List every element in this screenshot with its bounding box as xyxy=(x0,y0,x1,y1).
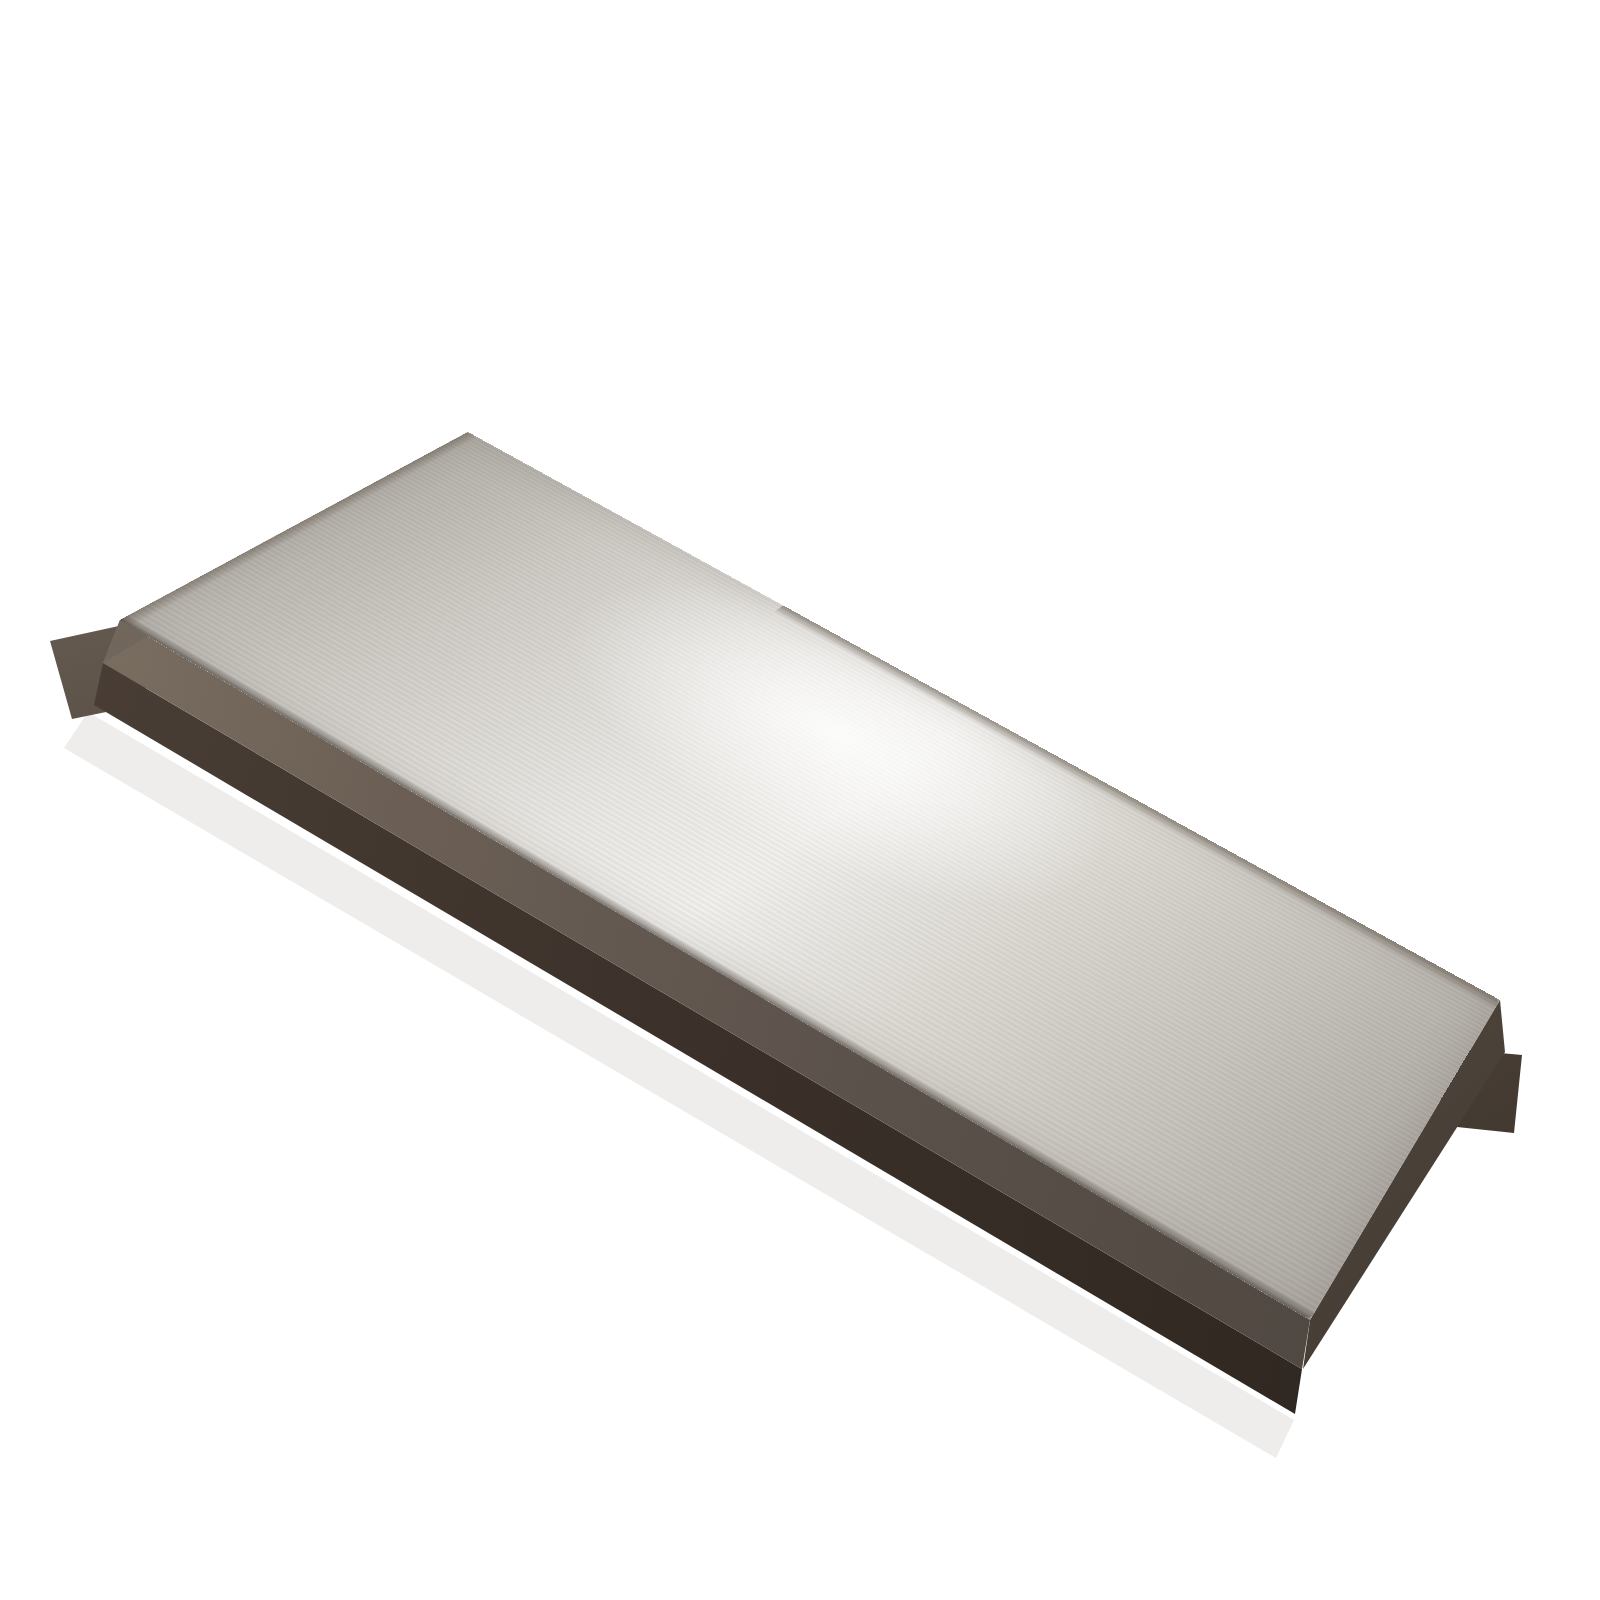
draw-plate-photo xyxy=(0,0,1600,1600)
far-edge-chamfer xyxy=(774,605,1500,1009)
near-edge-chamfer xyxy=(120,615,1315,1320)
left-end-chamfer xyxy=(120,432,478,627)
